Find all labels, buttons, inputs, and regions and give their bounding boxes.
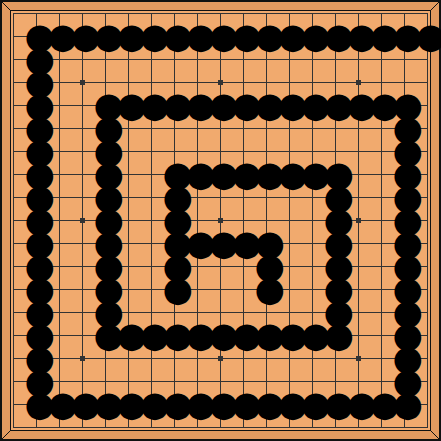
black-stone: ● bbox=[94, 393, 117, 416]
black-stone: ● bbox=[94, 324, 117, 347]
board-cell bbox=[209, 255, 232, 278]
board-cell bbox=[370, 117, 393, 140]
black-stone: ● bbox=[186, 393, 209, 416]
board-cell: ● bbox=[278, 324, 301, 347]
board-cell bbox=[232, 48, 255, 71]
black-stone: ● bbox=[278, 393, 301, 416]
board-cell: ● bbox=[232, 25, 255, 48]
board-cell: ● bbox=[370, 25, 393, 48]
black-stone: ● bbox=[324, 393, 347, 416]
board-cell bbox=[2, 301, 25, 324]
black-stone: ● bbox=[117, 25, 140, 48]
black-stone: ● bbox=[347, 94, 370, 117]
board-cell bbox=[370, 416, 393, 439]
board-cell bbox=[209, 278, 232, 301]
black-stone: ● bbox=[255, 94, 278, 117]
board-cell: ● bbox=[117, 393, 140, 416]
board-cell bbox=[71, 48, 94, 71]
board-cell: ● bbox=[232, 163, 255, 186]
board-cell bbox=[2, 416, 25, 439]
black-stone: ● bbox=[370, 393, 393, 416]
board-cell: ● bbox=[324, 25, 347, 48]
board-cell bbox=[301, 209, 324, 232]
board-cell bbox=[140, 117, 163, 140]
board-cell bbox=[232, 186, 255, 209]
board-cell bbox=[370, 232, 393, 255]
board-cell: ● bbox=[324, 324, 347, 347]
black-stone: ● bbox=[209, 163, 232, 186]
black-stone: ● bbox=[209, 324, 232, 347]
board-cell bbox=[301, 347, 324, 370]
board-cell: ● bbox=[278, 393, 301, 416]
board-cell bbox=[209, 117, 232, 140]
black-stone: ● bbox=[255, 393, 278, 416]
board-cell bbox=[2, 393, 25, 416]
board-cell bbox=[163, 48, 186, 71]
board-cell bbox=[370, 324, 393, 347]
board-cell bbox=[209, 48, 232, 71]
board-cell bbox=[2, 94, 25, 117]
board-cell bbox=[370, 209, 393, 232]
black-stone: ● bbox=[301, 324, 324, 347]
board-cell: ● bbox=[278, 163, 301, 186]
board-cell bbox=[71, 324, 94, 347]
board-cell bbox=[301, 186, 324, 209]
black-stone: ● bbox=[140, 324, 163, 347]
board-cell bbox=[140, 347, 163, 370]
board-cell: ● bbox=[255, 393, 278, 416]
board-cell bbox=[140, 278, 163, 301]
board-cell bbox=[71, 163, 94, 186]
board-cell bbox=[370, 163, 393, 186]
black-stone: ● bbox=[393, 393, 416, 416]
board-cell bbox=[2, 347, 25, 370]
board-cell: ● bbox=[278, 94, 301, 117]
board-cell: ● bbox=[209, 324, 232, 347]
board-cell: ● bbox=[301, 393, 324, 416]
board-cell bbox=[255, 186, 278, 209]
black-stone: ● bbox=[255, 163, 278, 186]
board-cell bbox=[94, 416, 117, 439]
board-cell bbox=[324, 48, 347, 71]
board-cell bbox=[255, 347, 278, 370]
board-cell bbox=[163, 416, 186, 439]
black-stone: ● bbox=[209, 393, 232, 416]
board-cell bbox=[2, 278, 25, 301]
board-cell bbox=[71, 140, 94, 163]
board-cell: ● bbox=[370, 393, 393, 416]
board-cell bbox=[370, 301, 393, 324]
board-cell: ● bbox=[370, 94, 393, 117]
board-cell bbox=[71, 347, 94, 370]
board-cell bbox=[25, 416, 48, 439]
board-cell bbox=[140, 48, 163, 71]
board-cell: ● bbox=[94, 25, 117, 48]
board-cell bbox=[140, 186, 163, 209]
board-cell bbox=[2, 71, 25, 94]
go-board: ●●●●●●●●●●●●●●●●●●●●●●●●●●●●●●●●●●●●●●●●… bbox=[0, 0, 441, 441]
board-cell bbox=[2, 48, 25, 71]
board-cell bbox=[255, 48, 278, 71]
black-stone: ● bbox=[140, 393, 163, 416]
board-cell bbox=[416, 416, 439, 439]
black-stone: ● bbox=[25, 393, 48, 416]
board-cell: ● bbox=[209, 25, 232, 48]
black-stone: ● bbox=[232, 94, 255, 117]
board-cell bbox=[186, 278, 209, 301]
board-cell: ● bbox=[347, 25, 370, 48]
black-stone: ● bbox=[163, 25, 186, 48]
board-cell bbox=[117, 347, 140, 370]
board-cell bbox=[347, 324, 370, 347]
black-stone: ● bbox=[163, 278, 186, 301]
black-stone: ● bbox=[209, 232, 232, 255]
board-cell: ● bbox=[94, 393, 117, 416]
black-stone: ● bbox=[209, 94, 232, 117]
black-stone: ● bbox=[163, 324, 186, 347]
board-cell: ● bbox=[71, 393, 94, 416]
board-cell bbox=[370, 186, 393, 209]
board-cell bbox=[48, 416, 71, 439]
black-stone: ● bbox=[232, 393, 255, 416]
board-cell: ● bbox=[94, 324, 117, 347]
board-cell: ● bbox=[301, 163, 324, 186]
black-stone: ● bbox=[370, 25, 393, 48]
board-cell: ● bbox=[209, 94, 232, 117]
board-cell bbox=[71, 255, 94, 278]
board-cell bbox=[209, 416, 232, 439]
board-cell: ● bbox=[117, 25, 140, 48]
board-cell bbox=[94, 347, 117, 370]
board-cell bbox=[71, 117, 94, 140]
board-cell bbox=[370, 48, 393, 71]
board-cell bbox=[163, 347, 186, 370]
board-cell bbox=[71, 278, 94, 301]
board-cell bbox=[209, 347, 232, 370]
black-stone: ● bbox=[232, 163, 255, 186]
black-stone: ● bbox=[278, 94, 301, 117]
board-cell bbox=[324, 416, 347, 439]
board-cell bbox=[301, 48, 324, 71]
board-cell bbox=[2, 163, 25, 186]
board-cell bbox=[232, 416, 255, 439]
board-cell bbox=[301, 278, 324, 301]
black-stone: ● bbox=[186, 94, 209, 117]
black-stone: ● bbox=[347, 25, 370, 48]
board-cell: ● bbox=[140, 393, 163, 416]
board-cell bbox=[278, 347, 301, 370]
black-stone: ● bbox=[232, 232, 255, 255]
board-cell bbox=[255, 416, 278, 439]
board-cell: ● bbox=[186, 393, 209, 416]
board-cell: ● bbox=[324, 94, 347, 117]
black-stone: ● bbox=[117, 393, 140, 416]
black-stone: ● bbox=[140, 94, 163, 117]
board-cell bbox=[71, 301, 94, 324]
board-cell: ● bbox=[301, 94, 324, 117]
board-cell: ● bbox=[255, 94, 278, 117]
board-cell bbox=[2, 25, 25, 48]
board-cell bbox=[324, 117, 347, 140]
board-cell: ● bbox=[209, 393, 232, 416]
black-stone: ● bbox=[370, 94, 393, 117]
board-cell: ● bbox=[278, 25, 301, 48]
board-cell bbox=[186, 347, 209, 370]
board-cell: ● bbox=[163, 393, 186, 416]
board-cell: ● bbox=[209, 232, 232, 255]
black-stone: ● bbox=[163, 94, 186, 117]
board-cell: ● bbox=[255, 163, 278, 186]
board-cell: ● bbox=[71, 25, 94, 48]
board-cell bbox=[71, 209, 94, 232]
board-cell bbox=[2, 255, 25, 278]
board-cell bbox=[2, 232, 25, 255]
board-cell bbox=[186, 117, 209, 140]
board-cell: ● bbox=[117, 324, 140, 347]
board-cell bbox=[232, 117, 255, 140]
board-cell: ● bbox=[347, 94, 370, 117]
black-stone: ● bbox=[48, 393, 71, 416]
board-cell bbox=[140, 209, 163, 232]
board-cell bbox=[2, 117, 25, 140]
board-cell: ● bbox=[232, 393, 255, 416]
black-stone: ● bbox=[301, 94, 324, 117]
black-stone: ● bbox=[278, 324, 301, 347]
board-cell bbox=[278, 278, 301, 301]
board-cell bbox=[163, 117, 186, 140]
board-cell bbox=[232, 278, 255, 301]
board-cell bbox=[71, 232, 94, 255]
board-cell bbox=[416, 48, 439, 71]
board-cell bbox=[278, 186, 301, 209]
black-stone: ● bbox=[324, 94, 347, 117]
black-stone: ● bbox=[232, 324, 255, 347]
black-stone: ● bbox=[278, 163, 301, 186]
black-stone: ● bbox=[140, 25, 163, 48]
board-cell: ● bbox=[232, 232, 255, 255]
black-stone: ● bbox=[117, 324, 140, 347]
black-stone: ● bbox=[94, 25, 117, 48]
board-cell bbox=[416, 393, 439, 416]
board-cell: ● bbox=[416, 25, 439, 48]
board-cell: ● bbox=[209, 163, 232, 186]
board-cell bbox=[71, 416, 94, 439]
board-cell: ● bbox=[255, 278, 278, 301]
black-stone: ● bbox=[255, 278, 278, 301]
board-cell: ● bbox=[301, 25, 324, 48]
board-cell bbox=[301, 232, 324, 255]
black-stone: ● bbox=[347, 393, 370, 416]
board-cell bbox=[71, 71, 94, 94]
board-cell: ● bbox=[232, 324, 255, 347]
board-cell: ● bbox=[186, 94, 209, 117]
board-cell: ● bbox=[140, 324, 163, 347]
board-cell bbox=[370, 347, 393, 370]
black-stone: ● bbox=[71, 25, 94, 48]
black-stone: ● bbox=[324, 25, 347, 48]
board-cell bbox=[347, 347, 370, 370]
black-stone: ● bbox=[71, 393, 94, 416]
board-cell bbox=[232, 347, 255, 370]
board-cell bbox=[2, 2, 25, 25]
black-stone: ● bbox=[278, 25, 301, 48]
board-cell bbox=[393, 48, 416, 71]
board-cell: ● bbox=[163, 94, 186, 117]
black-stone: ● bbox=[301, 25, 324, 48]
board-cell bbox=[278, 416, 301, 439]
black-stone: ● bbox=[324, 324, 347, 347]
board-cell: ● bbox=[393, 393, 416, 416]
board-cell bbox=[2, 140, 25, 163]
board-cell: ● bbox=[186, 25, 209, 48]
board-cell bbox=[186, 416, 209, 439]
board-cell: ● bbox=[140, 94, 163, 117]
board-cell bbox=[140, 255, 163, 278]
stones-layer: ●●●●●●●●●●●●●●●●●●●●●●●●●●●●●●●●●●●●●●●●… bbox=[2, 2, 439, 439]
board-cell: ● bbox=[163, 324, 186, 347]
board-cell bbox=[370, 255, 393, 278]
board-cell bbox=[232, 255, 255, 278]
board-cell: ● bbox=[140, 25, 163, 48]
board-cell bbox=[209, 186, 232, 209]
board-cell bbox=[347, 117, 370, 140]
black-stone: ● bbox=[232, 25, 255, 48]
board-cell: ● bbox=[393, 25, 416, 48]
board-cell bbox=[140, 416, 163, 439]
black-stone: ● bbox=[186, 25, 209, 48]
board-cell bbox=[117, 416, 140, 439]
black-stone: ● bbox=[301, 163, 324, 186]
board-cell bbox=[2, 186, 25, 209]
board-cell bbox=[370, 278, 393, 301]
board-cell bbox=[278, 48, 301, 71]
board-cell bbox=[278, 117, 301, 140]
board-cell bbox=[2, 324, 25, 347]
board-cell: ● bbox=[232, 94, 255, 117]
board-cell bbox=[347, 416, 370, 439]
board-cell bbox=[117, 48, 140, 71]
board-cell: ● bbox=[301, 324, 324, 347]
board-cell bbox=[140, 163, 163, 186]
board-cell: ● bbox=[163, 278, 186, 301]
black-stone: ● bbox=[163, 393, 186, 416]
board-cell: ● bbox=[163, 25, 186, 48]
board-cell bbox=[301, 117, 324, 140]
board-cell bbox=[140, 232, 163, 255]
board-cell: ● bbox=[255, 25, 278, 48]
board-cell bbox=[2, 209, 25, 232]
board-cell bbox=[393, 416, 416, 439]
black-stone: ● bbox=[416, 25, 439, 48]
board-cell bbox=[2, 370, 25, 393]
black-stone: ● bbox=[301, 393, 324, 416]
black-stone: ● bbox=[186, 324, 209, 347]
board-cell bbox=[370, 140, 393, 163]
board-cell bbox=[140, 140, 163, 163]
board-cell bbox=[94, 48, 117, 71]
board-cell bbox=[347, 48, 370, 71]
board-cell bbox=[255, 117, 278, 140]
board-cell bbox=[301, 416, 324, 439]
board-cell: ● bbox=[186, 324, 209, 347]
board-cell: ● bbox=[48, 393, 71, 416]
board-cell: ● bbox=[324, 393, 347, 416]
black-stone: ● bbox=[393, 25, 416, 48]
board-cell bbox=[186, 48, 209, 71]
board-cell bbox=[324, 347, 347, 370]
board-cell bbox=[301, 255, 324, 278]
board-cell bbox=[71, 186, 94, 209]
board-cell: ● bbox=[25, 393, 48, 416]
board-cell: ● bbox=[255, 324, 278, 347]
board-cell bbox=[71, 94, 94, 117]
black-stone: ● bbox=[255, 25, 278, 48]
board-cell: ● bbox=[347, 393, 370, 416]
black-stone: ● bbox=[255, 324, 278, 347]
black-stone: ● bbox=[209, 25, 232, 48]
